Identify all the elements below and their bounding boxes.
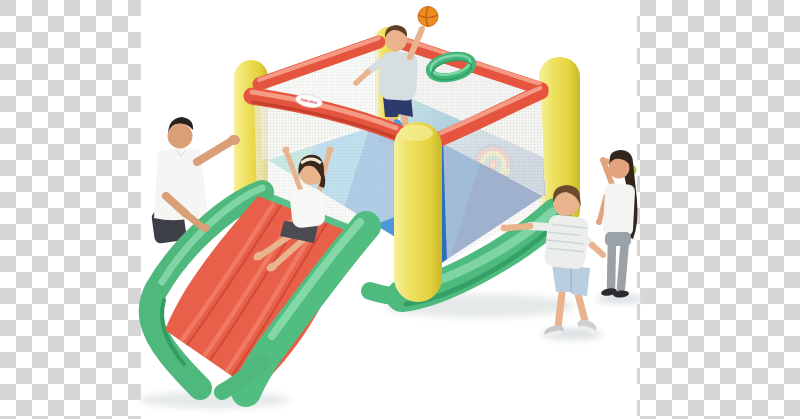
basketball — [418, 7, 438, 27]
transparency-checkerboard: little tikes — [0, 0, 800, 419]
man-hand — [200, 224, 210, 232]
front-post-cap — [399, 125, 433, 141]
front-post — [394, 122, 442, 302]
product-photo: little tikes — [0, 0, 800, 419]
